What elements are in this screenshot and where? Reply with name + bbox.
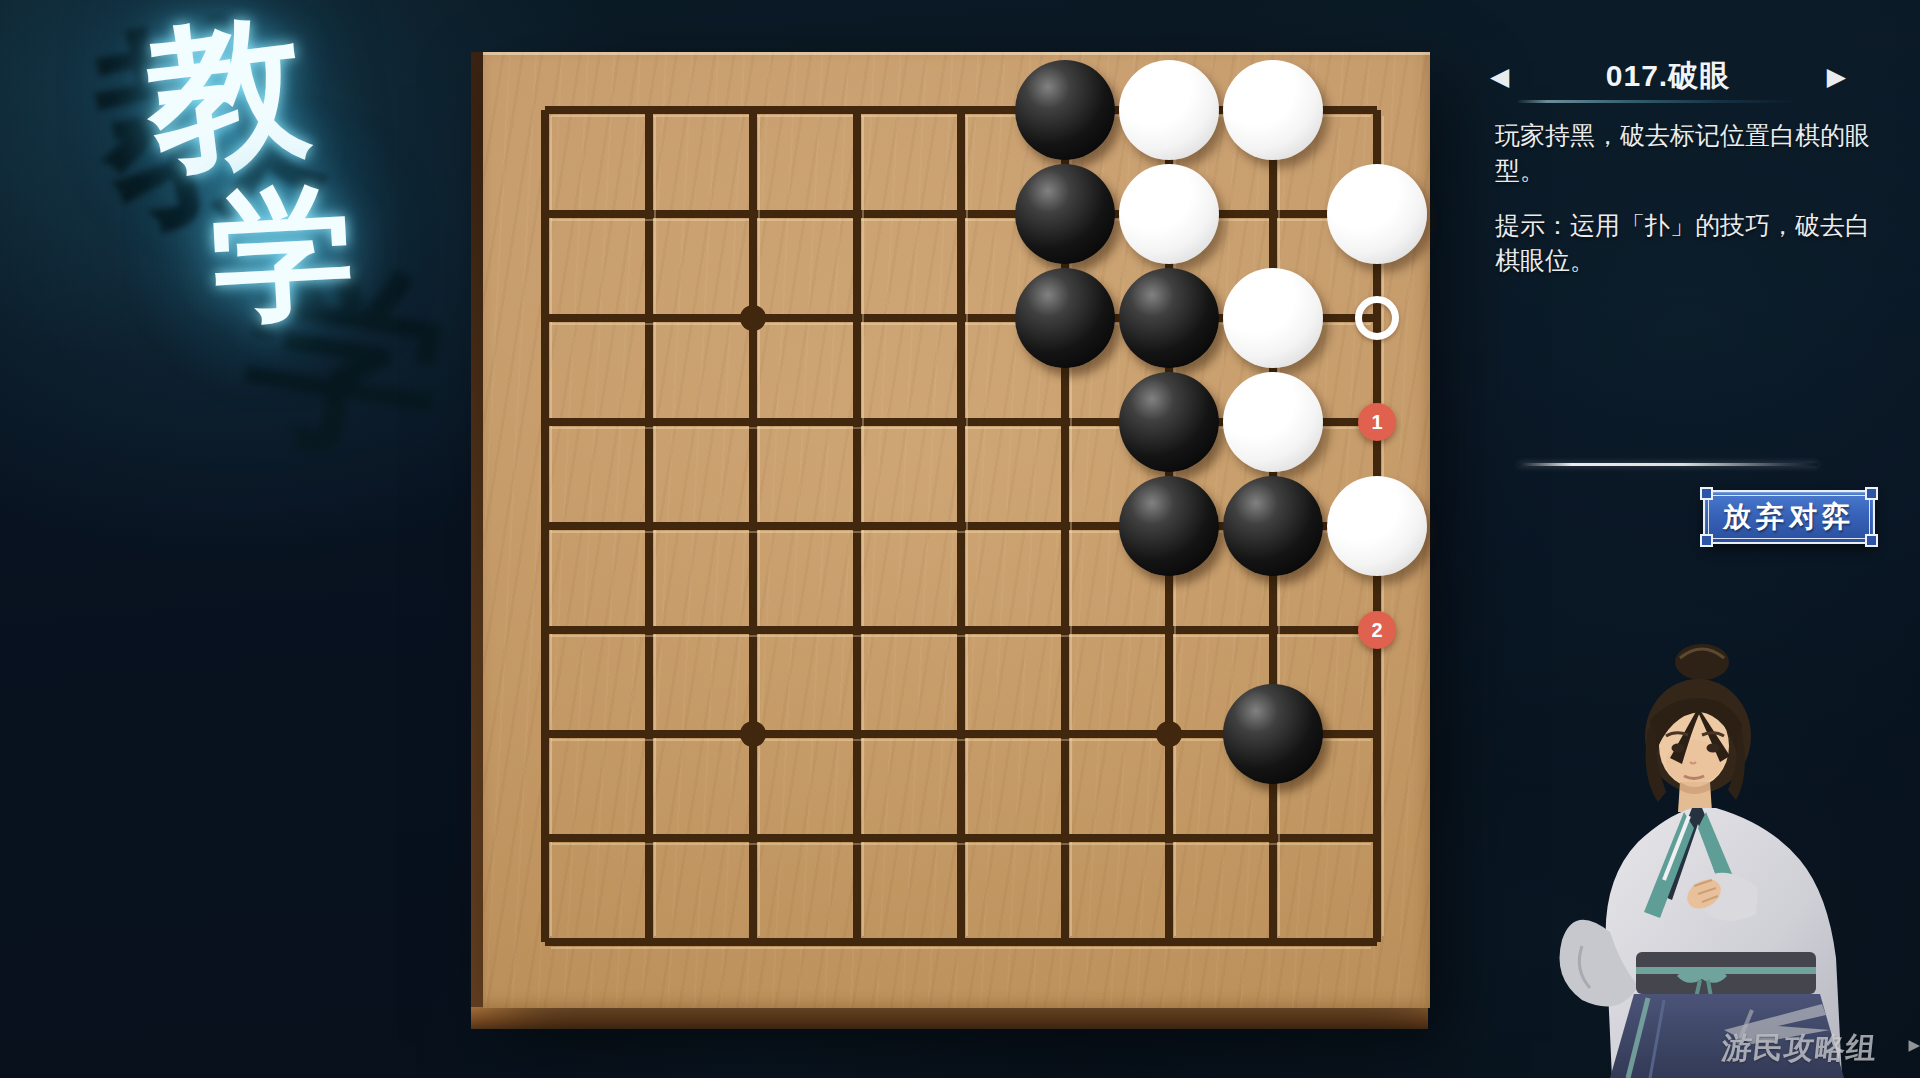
- move-badge-2-J4: 2: [1358, 611, 1396, 649]
- give-up-button-label: 放弃对弈: [1723, 498, 1855, 536]
- board-bottom-edge: [471, 1007, 1428, 1029]
- lesson-description: 玩家持黑，破去标记位置白棋的眼型。: [1495, 118, 1875, 188]
- button-corner-ornament: [1865, 534, 1878, 547]
- button-corner-ornament: [1700, 534, 1713, 547]
- lesson-title: 017.破眼: [1606, 56, 1730, 97]
- tutorial-mode-banner: 教 学 教 学: [50, 0, 440, 470]
- watermark: 游民攻略组 ▶: [1718, 1000, 1918, 1074]
- black-stone-G6: [1119, 372, 1219, 472]
- black-stone-F8: [1015, 164, 1115, 264]
- white-stone-J8: [1327, 164, 1427, 264]
- prev-lesson-arrow[interactable]: ◀: [1490, 64, 1509, 89]
- white-stone-J5: [1327, 476, 1427, 576]
- watermark-text: 游民攻略组: [1720, 1028, 1879, 1069]
- black-stone-H5: [1223, 476, 1323, 576]
- lesson-header: ◀ 017.破眼 ▶: [1490, 58, 1846, 94]
- white-stone-G8: [1119, 164, 1219, 264]
- eye-marker-ring-J7: [1355, 296, 1399, 340]
- black-stone-F7: [1015, 268, 1115, 368]
- banner-char-top: 教: [139, 5, 315, 181]
- move-badge-1-J6: 1: [1358, 403, 1396, 441]
- watermark-play-icon: ▶: [1908, 1036, 1920, 1054]
- black-stone-G7: [1119, 268, 1219, 368]
- white-stone-G9: [1119, 60, 1219, 160]
- button-corner-ornament: [1865, 487, 1878, 500]
- white-stone-H7: [1223, 268, 1323, 368]
- lesson-hint: 提示：运用「扑」的技巧，破去白棋眼位。: [1495, 208, 1875, 278]
- black-stone-F9: [1015, 60, 1115, 160]
- banner-char-bottom: 学: [208, 178, 357, 327]
- title-underline: [1518, 100, 1814, 103]
- give-up-button[interactable]: 放弃对弈: [1703, 490, 1875, 544]
- panel-divider: [1518, 463, 1818, 466]
- black-stone-H3: [1223, 684, 1323, 784]
- button-corner-ornament: [1700, 487, 1713, 500]
- next-lesson-arrow[interactable]: ▶: [1827, 64, 1846, 89]
- go-board[interactable]: 12: [483, 52, 1430, 1008]
- ink-shadow-bottom: 学: [232, 244, 461, 473]
- white-stone-H6: [1223, 372, 1323, 472]
- board-left-edge: [471, 52, 483, 1029]
- white-stone-H9: [1223, 60, 1323, 160]
- star-point: [740, 721, 766, 747]
- banner-glow: [50, 0, 440, 450]
- black-stone-G5: [1119, 476, 1219, 576]
- ink-shadow-top: 教: [78, 0, 333, 243]
- star-point: [740, 305, 766, 331]
- star-point: [1156, 721, 1182, 747]
